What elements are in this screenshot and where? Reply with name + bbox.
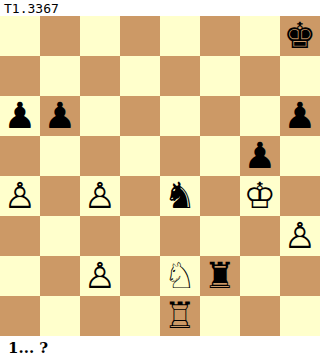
square-b5[interactable]	[40, 136, 80, 176]
square-b8[interactable]	[40, 16, 80, 56]
square-e8[interactable]	[160, 16, 200, 56]
square-d2[interactable]	[120, 256, 160, 296]
square-d5[interactable]	[120, 136, 160, 176]
square-h8[interactable]: ♚	[280, 16, 320, 56]
square-d3[interactable]	[120, 216, 160, 256]
square-g6[interactable]	[240, 96, 280, 136]
square-g7[interactable]	[240, 56, 280, 96]
square-g3[interactable]	[240, 216, 280, 256]
square-d6[interactable]	[120, 96, 160, 136]
move-prompt-label: 1... ?	[0, 339, 48, 357]
square-f3[interactable]	[200, 216, 240, 256]
square-c4[interactable]: ♙	[80, 176, 120, 216]
square-h2[interactable]	[280, 256, 320, 296]
square-c7[interactable]	[80, 56, 120, 96]
square-a8[interactable]	[0, 16, 40, 56]
square-c2[interactable]: ♙	[80, 256, 120, 296]
square-a4[interactable]: ♙	[0, 176, 40, 216]
square-a7[interactable]	[0, 56, 40, 96]
square-e3[interactable]	[160, 216, 200, 256]
square-b4[interactable]	[40, 176, 80, 216]
square-e7[interactable]	[160, 56, 200, 96]
square-a6[interactable]: ♟	[0, 96, 40, 136]
chess-board: ♚♟♟♟♟♙♙♞♔♙♙♘♜♖	[0, 16, 320, 336]
black-king[interactable]: ♚	[284, 16, 316, 56]
square-c8[interactable]	[80, 16, 120, 56]
square-g5[interactable]: ♟	[240, 136, 280, 176]
white-pawn[interactable]: ♙	[84, 176, 116, 216]
square-b6[interactable]: ♟	[40, 96, 80, 136]
square-b1[interactable]	[40, 296, 80, 336]
white-pawn[interactable]: ♙	[4, 176, 36, 216]
black-pawn[interactable]: ♟	[4, 96, 36, 136]
square-b3[interactable]	[40, 216, 80, 256]
square-c3[interactable]	[80, 216, 120, 256]
square-g1[interactable]	[240, 296, 280, 336]
square-g2[interactable]	[240, 256, 280, 296]
square-g8[interactable]	[240, 16, 280, 56]
square-h6[interactable]: ♟	[280, 96, 320, 136]
square-d8[interactable]	[120, 16, 160, 56]
square-f8[interactable]	[200, 16, 240, 56]
square-f4[interactable]	[200, 176, 240, 216]
square-e5[interactable]	[160, 136, 200, 176]
square-d7[interactable]	[120, 56, 160, 96]
square-b2[interactable]	[40, 256, 80, 296]
black-pawn[interactable]: ♟	[244, 136, 276, 176]
square-c5[interactable]	[80, 136, 120, 176]
puzzle-header-bar: T1.3367	[0, 0, 320, 16]
move-prompt-bar: 1... ?	[0, 336, 320, 360]
square-h3[interactable]: ♙	[280, 216, 320, 256]
white-knight[interactable]: ♘	[164, 256, 196, 296]
square-d1[interactable]	[120, 296, 160, 336]
square-h7[interactable]	[280, 56, 320, 96]
square-e2[interactable]: ♘	[160, 256, 200, 296]
black-rook[interactable]: ♜	[204, 256, 236, 296]
square-a1[interactable]	[0, 296, 40, 336]
white-king[interactable]: ♔	[244, 176, 276, 216]
square-a2[interactable]	[0, 256, 40, 296]
square-f7[interactable]	[200, 56, 240, 96]
square-h5[interactable]	[280, 136, 320, 176]
square-b7[interactable]	[40, 56, 80, 96]
black-knight[interactable]: ♞	[164, 176, 196, 216]
white-pawn[interactable]: ♙	[84, 256, 116, 296]
square-e4[interactable]: ♞	[160, 176, 200, 216]
square-c6[interactable]	[80, 96, 120, 136]
square-c1[interactable]	[80, 296, 120, 336]
square-h1[interactable]	[280, 296, 320, 336]
white-pawn[interactable]: ♙	[284, 216, 316, 256]
puzzle-id-label: T1.3367	[0, 1, 59, 16]
square-h4[interactable]	[280, 176, 320, 216]
square-a5[interactable]	[0, 136, 40, 176]
black-pawn[interactable]: ♟	[284, 96, 316, 136]
white-rook[interactable]: ♖	[164, 296, 196, 336]
square-g4[interactable]: ♔	[240, 176, 280, 216]
square-e1[interactable]: ♖	[160, 296, 200, 336]
square-d4[interactable]	[120, 176, 160, 216]
black-pawn[interactable]: ♟	[44, 96, 76, 136]
square-f5[interactable]	[200, 136, 240, 176]
square-f1[interactable]	[200, 296, 240, 336]
square-f2[interactable]: ♜	[200, 256, 240, 296]
square-f6[interactable]	[200, 96, 240, 136]
square-e6[interactable]	[160, 96, 200, 136]
square-a3[interactable]	[0, 216, 40, 256]
